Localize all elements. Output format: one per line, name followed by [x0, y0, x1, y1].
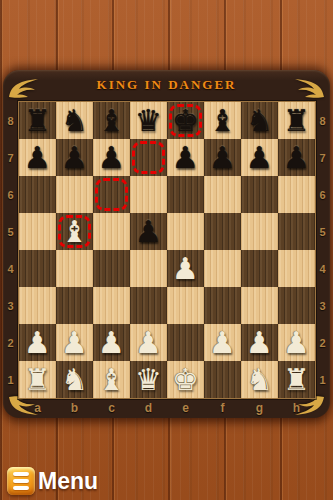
white-rook[interactable]: ♜ [24, 361, 51, 398]
square-c8[interactable]: ♝ [93, 102, 130, 139]
check-highlight-c6 [95, 178, 128, 211]
white-pawn[interactable]: ♟ [209, 324, 236, 361]
square-d3[interactable] [130, 287, 167, 324]
square-h4[interactable] [278, 250, 315, 287]
rank-label-4: 4 [315, 250, 330, 287]
square-c5[interactable] [93, 213, 130, 250]
square-e7[interactable]: ♟ [167, 139, 204, 176]
board-title: KING IN DANGER [3, 77, 330, 93]
rank-label-1: 1 [3, 361, 18, 398]
square-f6[interactable] [204, 176, 241, 213]
chess-board-frame: KING IN DANGER 87654321 87654321 ♜♞♝♛♚♝♞… [3, 70, 330, 418]
file-label-e: e [167, 399, 204, 416]
corner-ornament-top-left [8, 77, 40, 99]
square-f4[interactable] [204, 250, 241, 287]
square-b5[interactable]: ♝ [56, 213, 93, 250]
rank-label-8: 8 [3, 102, 18, 139]
black-rook[interactable]: ♜ [283, 102, 310, 139]
square-c2[interactable]: ♟ [93, 324, 130, 361]
black-pawn[interactable]: ♟ [98, 139, 125, 176]
rank-label-6: 6 [315, 176, 330, 213]
rank-label-3: 3 [315, 287, 330, 324]
square-d4[interactable] [130, 250, 167, 287]
black-queen[interactable]: ♛ [135, 102, 162, 139]
square-e5[interactable] [167, 213, 204, 250]
square-a6[interactable] [19, 176, 56, 213]
white-pawn[interactable]: ♟ [135, 324, 162, 361]
black-pawn[interactable]: ♟ [135, 213, 162, 250]
black-knight[interactable]: ♞ [61, 102, 88, 139]
chess-board: ♜♞♝♛♚♝♞♜♟♟♟♟♟♟♟♝♟♟♟♟♟♟♟♟♟♜♞♝♛♚♞♜ [19, 102, 315, 398]
square-c7[interactable]: ♟ [93, 139, 130, 176]
square-g4[interactable] [241, 250, 278, 287]
check-highlight-d7 [132, 141, 165, 174]
square-b1[interactable]: ♞ [56, 361, 93, 398]
square-d1[interactable]: ♛ [130, 361, 167, 398]
square-h1[interactable]: ♜ [278, 361, 315, 398]
square-g3[interactable] [241, 287, 278, 324]
square-b6[interactable] [56, 176, 93, 213]
white-rook[interactable]: ♜ [283, 361, 310, 398]
corner-ornament-top-right [293, 77, 325, 99]
square-e6[interactable] [167, 176, 204, 213]
black-pawn[interactable]: ♟ [283, 139, 310, 176]
square-d2[interactable]: ♟ [130, 324, 167, 361]
square-d6[interactable] [130, 176, 167, 213]
square-h7[interactable]: ♟ [278, 139, 315, 176]
square-f7[interactable]: ♟ [204, 139, 241, 176]
rank-labels-left: 87654321 [3, 102, 18, 398]
black-pawn[interactable]: ♟ [24, 139, 51, 176]
rank-label-5: 5 [3, 213, 18, 250]
white-bishop[interactable]: ♝ [61, 213, 88, 250]
square-a7[interactable]: ♟ [19, 139, 56, 176]
square-b8[interactable]: ♞ [56, 102, 93, 139]
white-king[interactable]: ♚ [172, 361, 199, 398]
white-pawn[interactable]: ♟ [61, 324, 88, 361]
white-knight[interactable]: ♞ [61, 361, 88, 398]
square-e1[interactable]: ♚ [167, 361, 204, 398]
menu-label: Menu [38, 468, 98, 495]
rank-label-5: 5 [315, 213, 330, 250]
square-h5[interactable] [278, 213, 315, 250]
file-labels: abcdefgh [19, 399, 315, 416]
black-knight[interactable]: ♞ [246, 102, 273, 139]
square-a5[interactable] [19, 213, 56, 250]
square-a8[interactable]: ♜ [19, 102, 56, 139]
rank-label-6: 6 [3, 176, 18, 213]
white-pawn[interactable]: ♟ [283, 324, 310, 361]
square-g2[interactable]: ♟ [241, 324, 278, 361]
square-b4[interactable] [56, 250, 93, 287]
square-g7[interactable]: ♟ [241, 139, 278, 176]
rank-label-2: 2 [315, 324, 330, 361]
white-bishop[interactable]: ♝ [98, 361, 125, 398]
square-b3[interactable] [56, 287, 93, 324]
hamburger-menu-icon [7, 467, 35, 495]
square-h8[interactable]: ♜ [278, 102, 315, 139]
menu-button[interactable]: Menu [7, 467, 98, 495]
square-f8[interactable]: ♝ [204, 102, 241, 139]
square-c6[interactable] [93, 176, 130, 213]
square-c4[interactable] [93, 250, 130, 287]
file-label-h: h [278, 399, 315, 416]
square-e4[interactable]: ♟ [167, 250, 204, 287]
rank-label-4: 4 [3, 250, 18, 287]
square-f3[interactable] [204, 287, 241, 324]
white-pawn[interactable]: ♟ [24, 324, 51, 361]
black-pawn[interactable]: ♟ [246, 139, 273, 176]
square-c3[interactable] [93, 287, 130, 324]
square-a3[interactable] [19, 287, 56, 324]
square-f1[interactable] [204, 361, 241, 398]
square-h3[interactable] [278, 287, 315, 324]
white-pawn[interactable]: ♟ [98, 324, 125, 361]
square-f5[interactable] [204, 213, 241, 250]
square-d5[interactable]: ♟ [130, 213, 167, 250]
wood-background: KING IN DANGER 87654321 87654321 ♜♞♝♛♚♝♞… [0, 0, 333, 500]
square-e2[interactable] [167, 324, 204, 361]
square-h6[interactable] [278, 176, 315, 213]
square-a1[interactable]: ♜ [19, 361, 56, 398]
square-b7[interactable]: ♟ [56, 139, 93, 176]
square-g8[interactable]: ♞ [241, 102, 278, 139]
rank-label-1: 1 [315, 361, 330, 398]
file-label-a: a [19, 399, 56, 416]
rank-label-7: 7 [315, 139, 330, 176]
rank-labels-right: 87654321 [315, 102, 330, 398]
rank-label-8: 8 [315, 102, 330, 139]
square-c1[interactable]: ♝ [93, 361, 130, 398]
file-label-f: f [204, 399, 241, 416]
file-label-d: d [130, 399, 167, 416]
black-bishop[interactable]: ♝ [209, 102, 236, 139]
white-queen[interactable]: ♛ [135, 361, 162, 398]
square-a4[interactable] [19, 250, 56, 287]
square-b2[interactable]: ♟ [56, 324, 93, 361]
white-knight[interactable]: ♞ [246, 361, 273, 398]
black-pawn[interactable]: ♟ [61, 139, 88, 176]
square-g5[interactable] [241, 213, 278, 250]
file-label-g: g [241, 399, 278, 416]
square-a2[interactable]: ♟ [19, 324, 56, 361]
black-rook[interactable]: ♜ [24, 102, 51, 139]
black-king[interactable]: ♚ [172, 102, 199, 139]
square-d8[interactable]: ♛ [130, 102, 167, 139]
square-d7[interactable] [130, 139, 167, 176]
square-g6[interactable] [241, 176, 278, 213]
square-e3[interactable] [167, 287, 204, 324]
board-border: ♜♞♝♛♚♝♞♜♟♟♟♟♟♟♟♝♟♟♟♟♟♟♟♟♟♜♞♝♛♚♞♜ [18, 101, 316, 399]
rank-label-7: 7 [3, 139, 18, 176]
file-label-c: c [93, 399, 130, 416]
file-label-b: b [56, 399, 93, 416]
black-pawn[interactable]: ♟ [209, 139, 236, 176]
black-pawn[interactable]: ♟ [172, 139, 199, 176]
rank-label-2: 2 [3, 324, 18, 361]
square-e8[interactable]: ♚ [167, 102, 204, 139]
rank-label-3: 3 [3, 287, 18, 324]
square-h2[interactable]: ♟ [278, 324, 315, 361]
white-pawn[interactable]: ♟ [172, 250, 199, 287]
white-pawn[interactable]: ♟ [246, 324, 273, 361]
square-f2[interactable]: ♟ [204, 324, 241, 361]
square-g1[interactable]: ♞ [241, 361, 278, 398]
black-bishop[interactable]: ♝ [98, 102, 125, 139]
